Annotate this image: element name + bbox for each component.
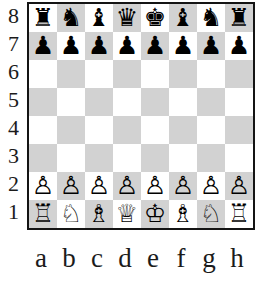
rank-label-7: 7 <box>0 30 27 58</box>
square-g7[interactable]: ♟ <box>197 32 225 60</box>
piece-black-pawn: ♟ <box>228 32 250 60</box>
square-c8[interactable]: ♝ <box>85 4 113 32</box>
square-b6[interactable] <box>57 60 85 88</box>
square-a3[interactable] <box>29 144 57 172</box>
square-h1[interactable]: ♖ <box>225 200 253 228</box>
square-a1[interactable]: ♖ <box>29 200 57 228</box>
chess-board: ♜♞♝♛♚♝♞♜♟♟♟♟♟♟♟♟♙♙♙♙♙♙♙♙♖♘♗♕♔♗♘♖ <box>27 2 255 230</box>
square-c3[interactable] <box>85 144 113 172</box>
file-label-h: h <box>223 243 251 273</box>
piece-black-queen: ♛ <box>116 4 138 32</box>
square-f5[interactable] <box>169 88 197 116</box>
piece-white-pawn: ♙ <box>116 172 138 200</box>
square-e8[interactable]: ♚ <box>141 4 169 32</box>
piece-black-rook: ♜ <box>32 4 54 32</box>
rank-label-6: 6 <box>0 58 27 86</box>
square-c5[interactable] <box>85 88 113 116</box>
piece-black-pawn: ♟ <box>200 32 222 60</box>
square-h7[interactable]: ♟ <box>225 32 253 60</box>
square-h3[interactable] <box>225 144 253 172</box>
square-b3[interactable] <box>57 144 85 172</box>
square-b2[interactable]: ♙ <box>57 172 85 200</box>
square-g1[interactable]: ♘ <box>197 200 225 228</box>
square-h8[interactable]: ♜ <box>225 4 253 32</box>
file-labels: a b c d e f g h <box>27 243 256 273</box>
square-g2[interactable]: ♙ <box>197 172 225 200</box>
square-g6[interactable] <box>197 60 225 88</box>
piece-white-pawn: ♙ <box>88 172 110 200</box>
square-e6[interactable] <box>141 60 169 88</box>
piece-white-pawn: ♙ <box>228 172 250 200</box>
piece-white-rook: ♖ <box>32 200 54 228</box>
square-g4[interactable] <box>197 116 225 144</box>
rank-label-5: 5 <box>0 86 27 114</box>
square-d2[interactable]: ♙ <box>113 172 141 200</box>
piece-black-bishop: ♝ <box>172 4 194 32</box>
square-e3[interactable] <box>141 144 169 172</box>
square-e5[interactable] <box>141 88 169 116</box>
square-c7[interactable]: ♟ <box>85 32 113 60</box>
square-f7[interactable]: ♟ <box>169 32 197 60</box>
square-c2[interactable]: ♙ <box>85 172 113 200</box>
piece-black-king: ♚ <box>144 4 166 32</box>
square-e7[interactable]: ♟ <box>141 32 169 60</box>
square-d3[interactable] <box>113 144 141 172</box>
square-d4[interactable] <box>113 116 141 144</box>
square-h4[interactable] <box>225 116 253 144</box>
file-label-e: e <box>139 243 167 273</box>
square-c6[interactable] <box>85 60 113 88</box>
rank-labels: 8 7 6 5 4 3 2 1 <box>0 2 27 226</box>
square-c1[interactable]: ♗ <box>85 200 113 228</box>
square-d1[interactable]: ♕ <box>113 200 141 228</box>
square-b5[interactable] <box>57 88 85 116</box>
square-f3[interactable] <box>169 144 197 172</box>
file-label-d: d <box>111 243 139 273</box>
piece-black-knight: ♞ <box>60 4 82 32</box>
square-b1[interactable]: ♘ <box>57 200 85 228</box>
file-label-b: b <box>55 243 83 273</box>
piece-white-knight: ♘ <box>200 200 222 228</box>
square-e2[interactable]: ♙ <box>141 172 169 200</box>
square-g5[interactable] <box>197 88 225 116</box>
board-area: 8 7 6 5 4 3 2 1 ♜♞♝♛♚♝♞♜♟♟♟♟♟♟♟♟♙♙♙♙♙♙♙♙… <box>0 0 256 230</box>
piece-black-pawn: ♟ <box>60 32 82 60</box>
square-c4[interactable] <box>85 116 113 144</box>
rank-label-2: 2 <box>0 170 27 198</box>
piece-black-pawn: ♟ <box>144 32 166 60</box>
file-label-f: f <box>167 243 195 273</box>
square-a6[interactable] <box>29 60 57 88</box>
piece-white-pawn: ♙ <box>144 172 166 200</box>
piece-white-bishop: ♗ <box>88 200 110 228</box>
square-e4[interactable] <box>141 116 169 144</box>
piece-white-knight: ♘ <box>60 200 82 228</box>
piece-white-pawn: ♙ <box>172 172 194 200</box>
square-f4[interactable] <box>169 116 197 144</box>
square-a2[interactable]: ♙ <box>29 172 57 200</box>
piece-white-pawn: ♙ <box>60 172 82 200</box>
square-g8[interactable]: ♞ <box>197 4 225 32</box>
square-f6[interactable] <box>169 60 197 88</box>
piece-black-pawn: ♟ <box>116 32 138 60</box>
piece-black-rook: ♜ <box>228 4 250 32</box>
square-d6[interactable] <box>113 60 141 88</box>
square-f8[interactable]: ♝ <box>169 4 197 32</box>
square-f1[interactable]: ♗ <box>169 200 197 228</box>
square-a4[interactable] <box>29 116 57 144</box>
rank-label-4: 4 <box>0 114 27 142</box>
piece-black-pawn: ♟ <box>32 32 54 60</box>
rank-label-1: 1 <box>0 198 27 226</box>
piece-white-bishop: ♗ <box>172 200 194 228</box>
square-d5[interactable] <box>113 88 141 116</box>
piece-white-pawn: ♙ <box>200 172 222 200</box>
square-b8[interactable]: ♞ <box>57 4 85 32</box>
piece-black-pawn: ♟ <box>172 32 194 60</box>
file-label-a: a <box>27 243 55 273</box>
piece-white-queen: ♕ <box>116 200 138 228</box>
square-h5[interactable] <box>225 88 253 116</box>
square-a8[interactable]: ♜ <box>29 4 57 32</box>
file-label-c: c <box>83 243 111 273</box>
piece-white-king: ♔ <box>144 200 166 228</box>
square-d7[interactable]: ♟ <box>113 32 141 60</box>
piece-black-pawn: ♟ <box>88 32 110 60</box>
square-h6[interactable] <box>225 60 253 88</box>
square-d8[interactable]: ♛ <box>113 4 141 32</box>
square-f2[interactable]: ♙ <box>169 172 197 200</box>
piece-white-pawn: ♙ <box>32 172 54 200</box>
rank-label-8: 8 <box>0 2 27 30</box>
square-e1[interactable]: ♔ <box>141 200 169 228</box>
square-b4[interactable] <box>57 116 85 144</box>
square-a5[interactable] <box>29 88 57 116</box>
square-h2[interactable]: ♙ <box>225 172 253 200</box>
square-b7[interactable]: ♟ <box>57 32 85 60</box>
square-g3[interactable] <box>197 144 225 172</box>
file-label-g: g <box>195 243 223 273</box>
rank-label-3: 3 <box>0 142 27 170</box>
square-a7[interactable]: ♟ <box>29 32 57 60</box>
piece-black-knight: ♞ <box>200 4 222 32</box>
piece-white-rook: ♖ <box>228 200 250 228</box>
chess-diagram: 8 7 6 5 4 3 2 1 ♜♞♝♛♚♝♞♜♟♟♟♟♟♟♟♟♙♙♙♙♙♙♙♙… <box>0 0 256 285</box>
piece-black-bishop: ♝ <box>88 4 110 32</box>
